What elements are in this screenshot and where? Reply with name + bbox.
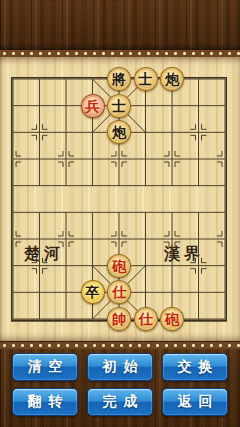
done-button[interactable]: 完成 <box>87 388 153 416</box>
flip-button[interactable]: 翻转 <box>12 388 78 416</box>
piece-black-advisor-1[interactable]: 士 <box>134 67 158 91</box>
top-wood-panel <box>0 0 240 50</box>
piece-red-general[interactable]: 帥 <box>107 307 131 331</box>
back-button[interactable]: 返回 <box>162 388 228 416</box>
piece-black-general[interactable]: 將 <box>107 67 131 91</box>
piece-red-soldier[interactable]: 兵 <box>81 94 105 118</box>
piece-red-cannon-2[interactable]: 砲 <box>160 307 184 331</box>
xiangqi-app: 楚河 漢界 將士炮兵士炮砲卒仕帥仕砲 清空 初始 交换 翻转 完成 返回 <box>0 0 240 427</box>
top-nail-dots <box>0 50 240 57</box>
bottom-nail-dots-row <box>0 342 240 349</box>
initial-button[interactable]: 初始 <box>87 353 153 381</box>
piece-red-cannon-1[interactable]: 砲 <box>107 254 131 278</box>
piece-red-advisor-2[interactable]: 仕 <box>134 307 158 331</box>
swap-button[interactable]: 交换 <box>162 353 228 381</box>
piece-black-soldier[interactable]: 卒 <box>81 280 105 304</box>
piece-black-cannon-1[interactable]: 炮 <box>160 67 184 91</box>
clear-button[interactable]: 清空 <box>12 353 78 381</box>
button-bar: 清空 初始 交换 翻转 完成 返回 <box>0 353 240 416</box>
piece-black-advisor-2[interactable]: 士 <box>107 94 131 118</box>
